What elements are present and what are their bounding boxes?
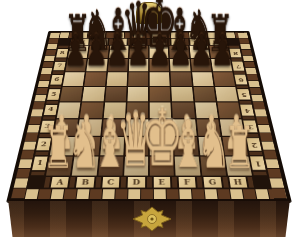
rank-label-right-3: 3 (243, 121, 257, 133)
rank-label-right-7: 7 (232, 62, 244, 71)
square-b6 (84, 72, 105, 86)
file-label-bottom-d: D (127, 177, 144, 188)
square-f6 (170, 72, 191, 86)
coord-separator (146, 177, 151, 188)
square-g6 (191, 72, 212, 86)
coord-separator (69, 177, 75, 188)
coord-separator (222, 177, 228, 188)
file-label-top-h: H (208, 39, 221, 45)
square-a7: ♟ (65, 59, 86, 72)
piece-black-pawn: ♟ (147, 29, 170, 73)
rank-label-right-6: 6 (234, 75, 247, 85)
square-c6 (106, 72, 127, 86)
coord-separator (43, 177, 50, 188)
piece-black-pawn: ♟ (126, 29, 149, 73)
board-scene: ABCDEFGH ABCDEFGH 87654321 87654321 ♜♞♝♛… (6, 0, 292, 203)
file-label-top-c: C (113, 39, 126, 45)
file-label-top-a: A (75, 39, 88, 45)
file-label-top-e: E (152, 39, 165, 45)
file-label-top-g: G (189, 39, 202, 45)
coord-separator (196, 177, 202, 188)
square-g1: ♞ (200, 156, 226, 175)
coord-separator (236, 86, 248, 89)
piece-black-pawn: ♟ (168, 29, 191, 73)
coord-separator (52, 71, 63, 73)
rank-label-right-4: 4 (240, 104, 254, 115)
piece-black-pawn: ♟ (84, 29, 107, 73)
square-b5 (82, 87, 104, 101)
file-label-bottom-a: A (50, 177, 68, 188)
square-f1: ♝ (174, 156, 199, 175)
piece-black-pawn: ♟ (105, 29, 128, 73)
coord-separator (95, 177, 101, 188)
piece-black-pawn: ♟ (190, 29, 213, 73)
chess-set-photo: ABCDEFGH ABCDEFGH 87654321 87654321 ♜♞♝♛… (0, 0, 297, 240)
coord-separator (233, 71, 244, 73)
coord-separator (120, 177, 125, 188)
square-g7: ♟ (190, 59, 211, 72)
square-h7: ♟ (211, 59, 232, 72)
square-g5 (193, 87, 215, 101)
square-e7: ♟ (149, 59, 169, 72)
coord-separator (247, 177, 254, 188)
square-h6 (213, 72, 235, 86)
coord-separator (239, 101, 251, 104)
file-label-top-b: B (94, 39, 107, 45)
rank-label-right-1: 1 (250, 157, 266, 170)
file-label-bottom-c: C (102, 177, 119, 188)
piece-black-pawn: ♟ (63, 29, 86, 73)
box-front-panel (8, 199, 290, 237)
coord-separator (49, 86, 61, 89)
rank-label-left-5: 5 (47, 89, 60, 99)
square-a5 (59, 87, 82, 101)
file-label-bottom-g: G (203, 177, 221, 188)
square-h5 (215, 87, 238, 101)
chess-board: ABCDEFGH ABCDEFGH 87654321 87654321 ♜♞♝♛… (6, 31, 292, 203)
file-label-bottom-f: F (178, 177, 195, 188)
square-b7: ♟ (86, 59, 107, 72)
coord-separator (46, 101, 58, 104)
file-label-bottom-e: E (153, 177, 170, 188)
square-d7: ♟ (128, 59, 148, 72)
file-label-bottom-h: H (228, 177, 246, 188)
square-f7: ♟ (170, 59, 190, 72)
rank-label-right-5: 5 (237, 89, 250, 99)
file-labels-bottom: ABCDEFGH (43, 177, 253, 188)
rank-label-right-2: 2 (246, 138, 261, 150)
board-squares: ♜♞♝♛♚♝♞♜♟♟♟♟♟♟♟♟♟♟♟♟♟♟♟♟♜♞♝♛♚♝♞♜ (46, 46, 252, 176)
file-label-top-d: D (133, 39, 146, 45)
rank-label-left-6: 6 (50, 75, 63, 85)
file-label-bottom-b: B (76, 177, 94, 188)
square-h1: ♜ (225, 156, 252, 175)
mosaic-rim-bottom (10, 189, 286, 199)
coord-separator (171, 177, 176, 188)
square-c7: ♟ (107, 59, 127, 72)
square-d6 (128, 72, 148, 86)
rank-label-right-8: 8 (229, 49, 241, 57)
square-e6 (149, 72, 169, 86)
square-a6 (62, 72, 84, 86)
file-label-top-f: F (171, 39, 184, 45)
clasp-icon (132, 206, 172, 232)
